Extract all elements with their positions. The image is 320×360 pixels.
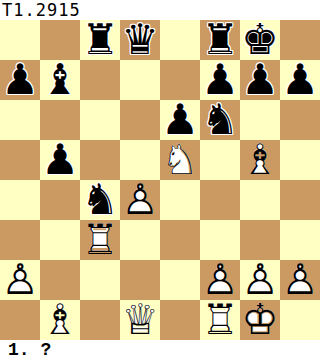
square-f6[interactable]: ♞♞ bbox=[200, 100, 240, 140]
square-h5[interactable] bbox=[280, 140, 320, 180]
square-b7[interactable]: ♝♝ bbox=[40, 60, 80, 100]
square-c7[interactable] bbox=[80, 60, 120, 100]
square-g2[interactable]: ♟♙ bbox=[240, 260, 280, 300]
square-b3[interactable] bbox=[40, 220, 80, 260]
square-g3[interactable] bbox=[240, 220, 280, 260]
piece-black-pawn: ♟♟ bbox=[240, 60, 280, 100]
piece-white-pawn: ♟♙ bbox=[280, 260, 320, 300]
piece-white-pawn: ♟♙ bbox=[200, 260, 240, 300]
square-c6[interactable] bbox=[80, 100, 120, 140]
square-g6[interactable] bbox=[240, 100, 280, 140]
square-f3[interactable] bbox=[200, 220, 240, 260]
square-d3[interactable] bbox=[120, 220, 160, 260]
square-f4[interactable] bbox=[200, 180, 240, 220]
square-a1[interactable] bbox=[0, 300, 40, 340]
piece-white-queen: ♛♕ bbox=[120, 300, 160, 340]
move-prompt: 1. ? bbox=[0, 340, 320, 360]
square-f5[interactable] bbox=[200, 140, 240, 180]
square-h8[interactable] bbox=[280, 20, 320, 60]
square-a8[interactable] bbox=[0, 20, 40, 60]
square-b4[interactable] bbox=[40, 180, 80, 220]
piece-black-rook: ♜♜ bbox=[200, 20, 240, 60]
square-g8[interactable]: ♚♚ bbox=[240, 20, 280, 60]
square-f2[interactable]: ♟♙ bbox=[200, 260, 240, 300]
piece-white-rook: ♜♖ bbox=[80, 220, 120, 260]
piece-white-rook: ♜♖ bbox=[200, 300, 240, 340]
square-b1[interactable]: ♝♗ bbox=[40, 300, 80, 340]
chess-board: ♜♜♛♛♜♜♚♚♟♟♝♝♟♟♟♟♟♟♟♟♞♞♟♟♞♘♝♗♞♞♟♙♜♖♟♙♟♙♟♙… bbox=[0, 20, 320, 340]
square-a3[interactable] bbox=[0, 220, 40, 260]
piece-black-pawn: ♟♟ bbox=[280, 60, 320, 100]
piece-white-bishop: ♝♗ bbox=[240, 140, 280, 180]
piece-white-pawn: ♟♙ bbox=[120, 180, 160, 220]
square-d4[interactable]: ♟♙ bbox=[120, 180, 160, 220]
square-h4[interactable] bbox=[280, 180, 320, 220]
piece-black-pawn: ♟♟ bbox=[160, 100, 200, 140]
piece-black-bishop: ♝♝ bbox=[40, 60, 80, 100]
square-f7[interactable]: ♟♟ bbox=[200, 60, 240, 100]
square-a5[interactable] bbox=[0, 140, 40, 180]
square-b6[interactable] bbox=[40, 100, 80, 140]
square-g5[interactable]: ♝♗ bbox=[240, 140, 280, 180]
square-e2[interactable] bbox=[160, 260, 200, 300]
square-e3[interactable] bbox=[160, 220, 200, 260]
square-b2[interactable] bbox=[40, 260, 80, 300]
square-c1[interactable] bbox=[80, 300, 120, 340]
square-d2[interactable] bbox=[120, 260, 160, 300]
square-d7[interactable] bbox=[120, 60, 160, 100]
square-h1[interactable] bbox=[280, 300, 320, 340]
square-g7[interactable]: ♟♟ bbox=[240, 60, 280, 100]
piece-black-king: ♚♚ bbox=[240, 20, 280, 60]
square-e6[interactable]: ♟♟ bbox=[160, 100, 200, 140]
piece-white-pawn: ♟♙ bbox=[240, 260, 280, 300]
piece-black-knight: ♞♞ bbox=[80, 180, 120, 220]
square-h3[interactable] bbox=[280, 220, 320, 260]
square-e7[interactable] bbox=[160, 60, 200, 100]
square-c2[interactable] bbox=[80, 260, 120, 300]
square-c3[interactable]: ♜♖ bbox=[80, 220, 120, 260]
piece-black-pawn: ♟♟ bbox=[40, 140, 80, 180]
square-a2[interactable]: ♟♙ bbox=[0, 260, 40, 300]
piece-black-knight: ♞♞ bbox=[200, 100, 240, 140]
piece-white-knight: ♞♘ bbox=[160, 140, 200, 180]
square-e1[interactable] bbox=[160, 300, 200, 340]
chess-diagram-screen: T1.2915 ♜♜♛♛♜♜♚♚♟♟♝♝♟♟♟♟♟♟♟♟♞♞♟♟♞♘♝♗♞♞♟♙… bbox=[0, 0, 320, 360]
square-f1[interactable]: ♜♖ bbox=[200, 300, 240, 340]
puzzle-id-title: T1.2915 bbox=[0, 0, 320, 20]
square-c5[interactable] bbox=[80, 140, 120, 180]
piece-white-king: ♚♔ bbox=[240, 300, 280, 340]
square-e5[interactable]: ♞♘ bbox=[160, 140, 200, 180]
square-b5[interactable]: ♟♟ bbox=[40, 140, 80, 180]
square-d6[interactable] bbox=[120, 100, 160, 140]
piece-black-pawn: ♟♟ bbox=[0, 60, 40, 100]
piece-black-rook: ♜♜ bbox=[80, 20, 120, 60]
square-d1[interactable]: ♛♕ bbox=[120, 300, 160, 340]
square-h2[interactable]: ♟♙ bbox=[280, 260, 320, 300]
square-d5[interactable] bbox=[120, 140, 160, 180]
square-c8[interactable]: ♜♜ bbox=[80, 20, 120, 60]
piece-black-pawn: ♟♟ bbox=[200, 60, 240, 100]
square-d8[interactable]: ♛♛ bbox=[120, 20, 160, 60]
square-e4[interactable] bbox=[160, 180, 200, 220]
square-a6[interactable] bbox=[0, 100, 40, 140]
piece-white-bishop: ♝♗ bbox=[40, 300, 80, 340]
square-f8[interactable]: ♜♜ bbox=[200, 20, 240, 60]
square-b8[interactable] bbox=[40, 20, 80, 60]
square-a4[interactable] bbox=[0, 180, 40, 220]
piece-white-pawn: ♟♙ bbox=[0, 260, 40, 300]
piece-black-queen: ♛♛ bbox=[120, 20, 160, 60]
square-g1[interactable]: ♚♔ bbox=[240, 300, 280, 340]
square-g4[interactable] bbox=[240, 180, 280, 220]
square-c4[interactable]: ♞♞ bbox=[80, 180, 120, 220]
square-e8[interactable] bbox=[160, 20, 200, 60]
square-a7[interactable]: ♟♟ bbox=[0, 60, 40, 100]
square-h6[interactable] bbox=[280, 100, 320, 140]
square-h7[interactable]: ♟♟ bbox=[280, 60, 320, 100]
